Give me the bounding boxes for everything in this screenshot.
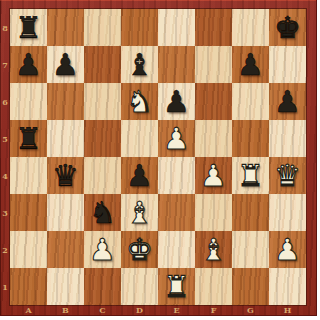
square-e3 bbox=[158, 194, 195, 231]
file-label-e: E bbox=[158, 304, 195, 316]
square-f6 bbox=[195, 83, 232, 120]
square-c6 bbox=[84, 83, 121, 120]
black-pawn-g7: ♟ bbox=[237, 46, 264, 83]
square-c3: ♞ bbox=[84, 194, 121, 231]
square-b7: ♟ bbox=[47, 46, 84, 83]
square-e2 bbox=[158, 231, 195, 268]
square-b2 bbox=[47, 231, 84, 268]
square-b3 bbox=[47, 194, 84, 231]
square-c5 bbox=[84, 120, 121, 157]
file-label-d: D bbox=[121, 304, 158, 316]
white-rook-g4: ♜ bbox=[237, 157, 264, 194]
square-d8 bbox=[121, 9, 158, 46]
file-label-a: A bbox=[10, 304, 47, 316]
white-queen-h4: ♛ bbox=[274, 157, 301, 194]
file-label-h: H bbox=[269, 304, 306, 316]
file-label-b: B bbox=[47, 304, 84, 316]
square-d5 bbox=[121, 120, 158, 157]
square-h4: ♛ bbox=[269, 157, 306, 194]
square-a6 bbox=[10, 83, 47, 120]
square-a7: ♟ bbox=[10, 46, 47, 83]
square-d1 bbox=[121, 268, 158, 305]
square-a5: ♜ bbox=[10, 120, 47, 157]
square-h7 bbox=[269, 46, 306, 83]
square-c7 bbox=[84, 46, 121, 83]
square-e1: ♜ bbox=[158, 268, 195, 305]
square-g6 bbox=[232, 83, 269, 120]
black-rook-a5: ♜ bbox=[15, 120, 42, 157]
square-g7: ♟ bbox=[232, 46, 269, 83]
square-b5 bbox=[47, 120, 84, 157]
square-c2: ♟ bbox=[84, 231, 121, 268]
black-king-h8: ♚ bbox=[274, 9, 301, 46]
square-g2 bbox=[232, 231, 269, 268]
white-rook-e1: ♜ bbox=[163, 268, 190, 305]
rank-label-4: 4 bbox=[0, 157, 10, 194]
square-c8 bbox=[84, 9, 121, 46]
square-b6 bbox=[47, 83, 84, 120]
square-f1 bbox=[195, 268, 232, 305]
white-pawn-f4: ♟ bbox=[200, 157, 227, 194]
black-pawn-e6: ♟ bbox=[163, 83, 190, 120]
black-knight-c3: ♞ bbox=[89, 194, 116, 231]
square-h8: ♚ bbox=[269, 9, 306, 46]
square-c1 bbox=[84, 268, 121, 305]
rank-label-7: 7 bbox=[0, 46, 10, 83]
rank-label-1: 1 bbox=[0, 268, 10, 305]
file-label-c: C bbox=[84, 304, 121, 316]
chess-board-diagram: 87654321 ♜♚♟♟♝♟♞♟♟♜♟♛♟♟♜♛♞♝♟♚♝♟♜ ABCDEFG… bbox=[0, 0, 317, 316]
square-h5 bbox=[269, 120, 306, 157]
square-h2: ♟ bbox=[269, 231, 306, 268]
square-e4 bbox=[158, 157, 195, 194]
black-pawn-h6: ♟ bbox=[274, 83, 301, 120]
square-a3 bbox=[10, 194, 47, 231]
board-grid: ♜♚♟♟♝♟♞♟♟♜♟♛♟♟♜♛♞♝♟♚♝♟♜ bbox=[10, 9, 306, 305]
square-f4: ♟ bbox=[195, 157, 232, 194]
square-g1 bbox=[232, 268, 269, 305]
square-g4: ♜ bbox=[232, 157, 269, 194]
white-pawn-h2: ♟ bbox=[274, 231, 301, 268]
square-h1 bbox=[269, 268, 306, 305]
rank-label-2: 2 bbox=[0, 231, 10, 268]
white-knight-d6: ♞ bbox=[126, 83, 153, 120]
square-h6: ♟ bbox=[269, 83, 306, 120]
square-f2: ♝ bbox=[195, 231, 232, 268]
square-b4: ♛ bbox=[47, 157, 84, 194]
square-d7: ♝ bbox=[121, 46, 158, 83]
rank-label-3: 3 bbox=[0, 194, 10, 231]
black-bishop-d7: ♝ bbox=[126, 46, 153, 83]
square-f5 bbox=[195, 120, 232, 157]
black-pawn-b7: ♟ bbox=[52, 46, 79, 83]
black-pawn-a7: ♟ bbox=[15, 46, 42, 83]
square-f7 bbox=[195, 46, 232, 83]
square-d4: ♟ bbox=[121, 157, 158, 194]
white-pawn-e5: ♟ bbox=[163, 120, 190, 157]
square-d3: ♝ bbox=[121, 194, 158, 231]
file-label-f: F bbox=[195, 304, 232, 316]
square-g5 bbox=[232, 120, 269, 157]
rank-labels: 87654321 bbox=[0, 9, 10, 305]
black-queen-b4: ♛ bbox=[52, 157, 79, 194]
page: { "game": "chess", "position": { "fen": … bbox=[0, 0, 320, 320]
file-label-g: G bbox=[232, 304, 269, 316]
square-g3 bbox=[232, 194, 269, 231]
square-c4 bbox=[84, 157, 121, 194]
square-e6: ♟ bbox=[158, 83, 195, 120]
white-bishop-f2: ♝ bbox=[200, 231, 227, 268]
square-b8 bbox=[47, 9, 84, 46]
rank-label-8: 8 bbox=[0, 9, 10, 46]
square-g8 bbox=[232, 9, 269, 46]
black-rook-a8: ♜ bbox=[15, 9, 42, 46]
square-a2 bbox=[10, 231, 47, 268]
square-h3 bbox=[269, 194, 306, 231]
square-d6: ♞ bbox=[121, 83, 158, 120]
white-king-d2: ♚ bbox=[126, 231, 153, 268]
square-d2: ♚ bbox=[121, 231, 158, 268]
white-pawn-c2: ♟ bbox=[89, 231, 116, 268]
square-e8 bbox=[158, 9, 195, 46]
file-labels: ABCDEFGH bbox=[10, 304, 306, 316]
square-f8 bbox=[195, 9, 232, 46]
rank-label-6: 6 bbox=[0, 83, 10, 120]
rank-label-5: 5 bbox=[0, 120, 10, 157]
square-a4 bbox=[10, 157, 47, 194]
square-f3 bbox=[195, 194, 232, 231]
square-b1 bbox=[47, 268, 84, 305]
white-bishop-d3: ♝ bbox=[126, 194, 153, 231]
square-e7 bbox=[158, 46, 195, 83]
square-a8: ♜ bbox=[10, 9, 47, 46]
square-e5: ♟ bbox=[158, 120, 195, 157]
black-pawn-d4: ♟ bbox=[126, 157, 153, 194]
square-a1 bbox=[10, 268, 47, 305]
